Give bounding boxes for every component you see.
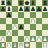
black-pawn-a7[interactable]: ♟ xyxy=(0,6,5,12)
square-d4[interactable]: ♟ xyxy=(18,24,24,30)
white-rook-h1[interactable]: ♜ xyxy=(42,42,47,48)
black-pawn-b6[interactable]: ♟ xyxy=(6,12,11,18)
square-f5[interactable]: ♞ xyxy=(30,18,36,24)
square-b6[interactable]: ♟ xyxy=(6,12,12,18)
white-bishop-c1[interactable]: ♝ xyxy=(12,42,17,48)
white-pawn-c4[interactable]: ♟ xyxy=(12,24,17,30)
black-pawn-g7[interactable]: ♟ xyxy=(36,6,41,12)
square-e7[interactable]: ♟ xyxy=(24,6,30,12)
square-h1[interactable]: ♜ xyxy=(42,42,48,48)
square-b1[interactable]: ♞ xyxy=(6,42,12,48)
square-f2[interactable]: ♟ xyxy=(30,36,36,42)
square-c4[interactable]: ♟ xyxy=(12,24,18,30)
square-h7[interactable]: ♟ xyxy=(42,6,48,12)
white-knight-f5[interactable]: ♞ xyxy=(30,18,35,24)
square-a7[interactable]: ♟ xyxy=(0,6,6,12)
square-g7[interactable]: ♟ xyxy=(36,6,42,12)
white-knight-b1[interactable]: ♞ xyxy=(6,42,11,48)
black-pawn-e7[interactable]: ♟ xyxy=(24,6,29,12)
square-c1[interactable]: ♝ xyxy=(12,42,18,48)
white-pawn-g2[interactable]: ♟ xyxy=(36,36,41,42)
white-queen-d1[interactable]: ♛ xyxy=(18,42,23,48)
black-pawn-d7[interactable]: ♟ xyxy=(18,6,23,12)
square-b3[interactable]: ♟ xyxy=(6,30,12,36)
white-rook-a1[interactable]: ♜ xyxy=(0,42,5,48)
white-pawn-b3[interactable]: ♟ xyxy=(6,30,11,36)
square-d1[interactable]: ♛ xyxy=(18,42,24,48)
chess-board: ♜♞♛♚♝♜♟♝♟♟♟♟♟♟♞♟♟♟♟♟♟♟♟♜♞♝♛♚♜ xyxy=(0,0,48,48)
white-king-e1[interactable]: ♚ xyxy=(24,42,29,48)
black-pawn-h7[interactable]: ♟ xyxy=(42,6,47,12)
square-d7[interactable]: ♟ xyxy=(18,6,24,12)
square-e1[interactable]: ♚ xyxy=(24,42,30,48)
square-a1[interactable]: ♜ xyxy=(0,42,6,48)
black-pawn-f7[interactable]: ♟ xyxy=(30,6,35,12)
square-g2[interactable]: ♟ xyxy=(36,36,42,42)
square-f7[interactable]: ♟ xyxy=(30,6,36,12)
white-pawn-f2[interactable]: ♟ xyxy=(30,36,35,42)
black-pawn-d4[interactable]: ♟ xyxy=(18,24,23,30)
